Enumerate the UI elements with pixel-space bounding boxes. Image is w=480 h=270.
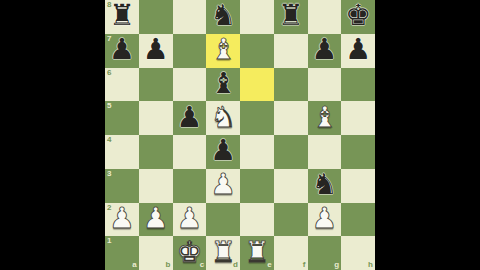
black-rook-piece[interactable]: ♜ [109, 1, 135, 30]
square-d5[interactable]: ♞ [206, 101, 240, 135]
square-g6[interactable] [308, 68, 342, 102]
file-label-h: h [368, 261, 373, 269]
square-c1[interactable]: c♚ [173, 236, 207, 270]
rank-label-6: 6 [107, 69, 111, 77]
square-e2[interactable] [240, 203, 274, 237]
square-a3[interactable]: 3 [105, 169, 139, 203]
square-c4[interactable] [173, 135, 207, 169]
square-b8[interactable] [139, 0, 173, 34]
square-g3[interactable]: ♞ [308, 169, 342, 203]
rank-label-1: 1 [107, 237, 111, 245]
square-c3[interactable] [173, 169, 207, 203]
square-h4[interactable] [341, 135, 375, 169]
black-pawn-piece[interactable]: ♟ [345, 35, 371, 64]
square-d8[interactable]: ♞ [206, 0, 240, 34]
chess-board[interactable]: 8♜♞♜♚7♟♟♝♟♟6♝5♟♞♝4♟3♟♞2♟♟♟♟1abc♚d♜e♜fgh [105, 0, 375, 270]
white-pawn-piece[interactable]: ♟ [143, 204, 169, 233]
square-e7[interactable] [240, 34, 274, 68]
square-g2[interactable]: ♟ [308, 203, 342, 237]
square-d4[interactable]: ♟ [206, 135, 240, 169]
square-e6[interactable] [240, 68, 274, 102]
square-a6[interactable]: 6 [105, 68, 139, 102]
square-h7[interactable]: ♟ [341, 34, 375, 68]
square-c7[interactable] [173, 34, 207, 68]
square-d1[interactable]: d♜ [206, 236, 240, 270]
white-knight-piece[interactable]: ♞ [210, 103, 236, 132]
square-g8[interactable] [308, 0, 342, 34]
black-pawn-piece[interactable]: ♟ [210, 136, 236, 165]
white-king-piece[interactable]: ♚ [176, 238, 202, 267]
white-rook-piece[interactable]: ♜ [210, 238, 236, 267]
square-f5[interactable] [274, 101, 308, 135]
square-a7[interactable]: 7♟ [105, 34, 139, 68]
square-h6[interactable] [341, 68, 375, 102]
chess-app-screen: 8♜♞♜♚7♟♟♝♟♟6♝5♟♞♝4♟3♟♞2♟♟♟♟1abc♚d♜e♜fgh [0, 0, 480, 270]
square-d2[interactable] [206, 203, 240, 237]
square-b6[interactable] [139, 68, 173, 102]
black-pawn-piece[interactable]: ♟ [311, 35, 337, 64]
square-b5[interactable] [139, 101, 173, 135]
letterbox-left [0, 0, 105, 270]
white-bishop-piece[interactable]: ♝ [311, 103, 337, 132]
file-label-f: f [303, 261, 306, 269]
white-pawn-piece[interactable]: ♟ [176, 204, 202, 233]
square-h2[interactable] [341, 203, 375, 237]
square-g5[interactable]: ♝ [308, 101, 342, 135]
square-b1[interactable]: b [139, 236, 173, 270]
rank-label-4: 4 [107, 136, 111, 144]
file-label-b: b [166, 261, 171, 269]
black-rook-piece[interactable]: ♜ [278, 1, 304, 30]
white-bishop-piece[interactable]: ♝ [210, 35, 236, 64]
square-e1[interactable]: e♜ [240, 236, 274, 270]
square-a4[interactable]: 4 [105, 135, 139, 169]
square-c2[interactable]: ♟ [173, 203, 207, 237]
black-pawn-piece[interactable]: ♟ [176, 103, 202, 132]
square-e3[interactable] [240, 169, 274, 203]
square-f1[interactable]: f [274, 236, 308, 270]
letterbox-right [375, 0, 480, 270]
black-king-piece[interactable]: ♚ [345, 1, 371, 30]
square-f8[interactable]: ♜ [274, 0, 308, 34]
square-a5[interactable]: 5 [105, 101, 139, 135]
square-a2[interactable]: 2♟ [105, 203, 139, 237]
rank-label-5: 5 [107, 102, 111, 110]
square-d7[interactable]: ♝ [206, 34, 240, 68]
black-pawn-piece[interactable]: ♟ [143, 35, 169, 64]
white-rook-piece[interactable]: ♜ [244, 238, 270, 267]
square-f6[interactable] [274, 68, 308, 102]
black-knight-piece[interactable]: ♞ [210, 1, 236, 30]
square-h1[interactable]: h [341, 236, 375, 270]
white-pawn-piece[interactable]: ♟ [109, 204, 135, 233]
black-bishop-piece[interactable]: ♝ [210, 69, 236, 98]
black-pawn-piece[interactable]: ♟ [109, 35, 135, 64]
white-pawn-piece[interactable]: ♟ [311, 204, 337, 233]
square-b3[interactable] [139, 169, 173, 203]
square-f7[interactable] [274, 34, 308, 68]
square-a1[interactable]: 1a [105, 236, 139, 270]
square-b7[interactable]: ♟ [139, 34, 173, 68]
square-h8[interactable]: ♚ [341, 0, 375, 34]
square-e8[interactable] [240, 0, 274, 34]
file-label-g: g [334, 261, 339, 269]
square-f2[interactable] [274, 203, 308, 237]
square-c8[interactable] [173, 0, 207, 34]
square-g1[interactable]: g [308, 236, 342, 270]
square-h5[interactable] [341, 101, 375, 135]
file-label-a: a [132, 261, 136, 269]
square-c6[interactable] [173, 68, 207, 102]
square-e5[interactable] [240, 101, 274, 135]
square-b2[interactable]: ♟ [139, 203, 173, 237]
square-d3[interactable]: ♟ [206, 169, 240, 203]
square-f4[interactable] [274, 135, 308, 169]
rank-label-3: 3 [107, 170, 111, 178]
white-pawn-piece[interactable]: ♟ [210, 170, 236, 199]
square-g7[interactable]: ♟ [308, 34, 342, 68]
square-d6[interactable]: ♝ [206, 68, 240, 102]
square-b4[interactable] [139, 135, 173, 169]
square-a8[interactable]: 8♜ [105, 0, 139, 34]
square-e4[interactable] [240, 135, 274, 169]
black-knight-piece[interactable]: ♞ [311, 170, 337, 199]
square-f3[interactable] [274, 169, 308, 203]
square-g4[interactable] [308, 135, 342, 169]
square-c5[interactable]: ♟ [173, 101, 207, 135]
square-h3[interactable] [341, 169, 375, 203]
